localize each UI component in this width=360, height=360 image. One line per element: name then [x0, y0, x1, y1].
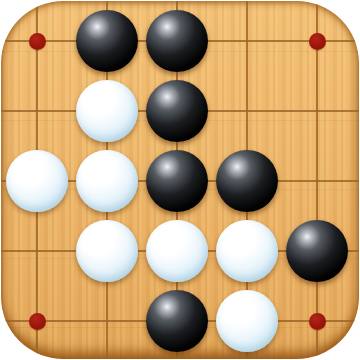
star-point — [309, 33, 326, 50]
stone-black — [76, 10, 138, 72]
stone-black — [146, 290, 208, 352]
stone-black — [286, 220, 348, 282]
stone-black — [146, 150, 208, 212]
stone-white — [76, 80, 138, 142]
stone-black — [146, 10, 208, 72]
stone-white — [146, 220, 208, 282]
stone-white — [76, 150, 138, 212]
stone-white — [216, 290, 278, 352]
stone-black — [146, 80, 208, 142]
stone-black — [216, 150, 278, 212]
stone-white — [216, 220, 278, 282]
gomoku-app-icon[interactable] — [1, 1, 359, 359]
star-point — [29, 313, 46, 330]
stone-white — [76, 220, 138, 282]
stone-white — [6, 150, 68, 212]
star-point — [29, 33, 46, 50]
star-point — [309, 313, 326, 330]
